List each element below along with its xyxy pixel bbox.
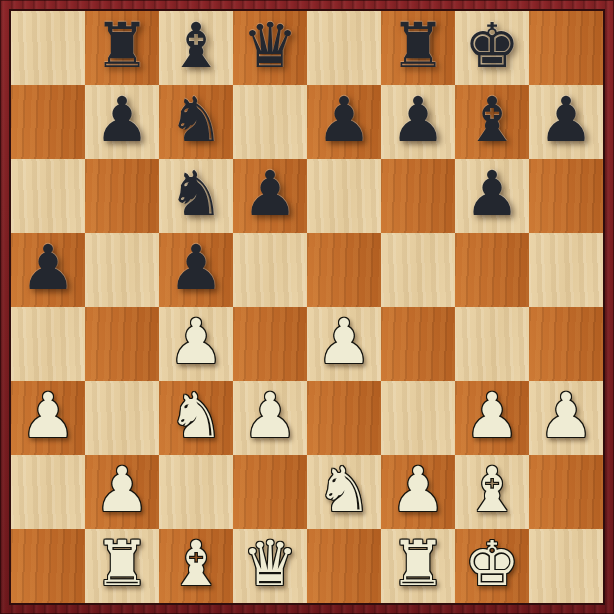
square-g1[interactable]: ♚ <box>455 529 529 603</box>
square-g8[interactable]: ♚ <box>455 11 529 85</box>
square-c6[interactable]: ♞ <box>159 159 233 233</box>
square-h4[interactable] <box>529 307 603 381</box>
square-g5[interactable] <box>455 233 529 307</box>
piece-black-pawn-c5[interactable]: ♟ <box>168 237 224 299</box>
square-a7[interactable] <box>11 85 85 159</box>
square-d8[interactable]: ♛ <box>233 11 307 85</box>
square-h8[interactable] <box>529 11 603 85</box>
piece-black-rook-f8[interactable]: ♜ <box>390 15 446 77</box>
square-a8[interactable] <box>11 11 85 85</box>
square-d4[interactable] <box>233 307 307 381</box>
square-d3[interactable]: ♟ <box>233 381 307 455</box>
square-f4[interactable] <box>381 307 455 381</box>
square-f5[interactable] <box>381 233 455 307</box>
square-e2[interactable]: ♞ <box>307 455 381 529</box>
piece-black-bishop-c8[interactable]: ♝ <box>168 15 224 77</box>
piece-black-pawn-g6[interactable]: ♟ <box>464 163 520 225</box>
square-e3[interactable] <box>307 381 381 455</box>
square-f2[interactable]: ♟ <box>381 455 455 529</box>
chess-board-frame: ♜♝♛♜♚♟♞♟♟♝♟♞♟♟♟♟♟♟♟♞♟♟♟♟♞♟♝♜♝♛♜♚ <box>0 0 614 614</box>
square-b7[interactable]: ♟ <box>85 85 159 159</box>
square-b6[interactable] <box>85 159 159 233</box>
piece-black-pawn-d6[interactable]: ♟ <box>242 163 298 225</box>
square-b8[interactable]: ♜ <box>85 11 159 85</box>
square-f6[interactable] <box>381 159 455 233</box>
piece-white-pawn-a3[interactable]: ♟ <box>20 385 76 447</box>
square-g3[interactable]: ♟ <box>455 381 529 455</box>
piece-white-knight-c3[interactable]: ♞ <box>168 385 224 447</box>
piece-black-king-g8[interactable]: ♚ <box>464 15 520 77</box>
piece-black-pawn-f7[interactable]: ♟ <box>390 89 446 151</box>
square-a1[interactable] <box>11 529 85 603</box>
square-f1[interactable]: ♜ <box>381 529 455 603</box>
square-d6[interactable]: ♟ <box>233 159 307 233</box>
square-b5[interactable] <box>85 233 159 307</box>
square-f3[interactable] <box>381 381 455 455</box>
square-f7[interactable]: ♟ <box>381 85 455 159</box>
square-b3[interactable] <box>85 381 159 455</box>
square-h7[interactable]: ♟ <box>529 85 603 159</box>
piece-white-pawn-e4[interactable]: ♟ <box>316 311 372 373</box>
square-g2[interactable]: ♝ <box>455 455 529 529</box>
square-a6[interactable] <box>11 159 85 233</box>
square-e7[interactable]: ♟ <box>307 85 381 159</box>
piece-black-queen-d8[interactable]: ♛ <box>242 15 298 77</box>
square-c2[interactable] <box>159 455 233 529</box>
piece-black-knight-c6[interactable]: ♞ <box>168 163 224 225</box>
square-g6[interactable]: ♟ <box>455 159 529 233</box>
piece-black-knight-c7[interactable]: ♞ <box>168 89 224 151</box>
piece-black-pawn-b7[interactable]: ♟ <box>94 89 150 151</box>
piece-white-knight-e2[interactable]: ♞ <box>316 459 372 521</box>
square-a4[interactable] <box>11 307 85 381</box>
square-e4[interactable]: ♟ <box>307 307 381 381</box>
piece-black-bishop-g7[interactable]: ♝ <box>464 89 520 151</box>
piece-white-rook-f1[interactable]: ♜ <box>390 533 446 595</box>
piece-black-pawn-e7[interactable]: ♟ <box>316 89 372 151</box>
square-c7[interactable]: ♞ <box>159 85 233 159</box>
piece-white-rook-b1[interactable]: ♜ <box>94 533 150 595</box>
square-c3[interactable]: ♞ <box>159 381 233 455</box>
square-h3[interactable]: ♟ <box>529 381 603 455</box>
square-a5[interactable]: ♟ <box>11 233 85 307</box>
square-f8[interactable]: ♜ <box>381 11 455 85</box>
square-g7[interactable]: ♝ <box>455 85 529 159</box>
square-e1[interactable] <box>307 529 381 603</box>
square-b4[interactable] <box>85 307 159 381</box>
square-h5[interactable] <box>529 233 603 307</box>
piece-white-pawn-g3[interactable]: ♟ <box>464 385 520 447</box>
square-g4[interactable] <box>455 307 529 381</box>
square-d5[interactable] <box>233 233 307 307</box>
square-a3[interactable]: ♟ <box>11 381 85 455</box>
piece-black-pawn-h7[interactable]: ♟ <box>538 89 594 151</box>
piece-white-pawn-f2[interactable]: ♟ <box>390 459 446 521</box>
square-c4[interactable]: ♟ <box>159 307 233 381</box>
piece-black-rook-b8[interactable]: ♜ <box>94 15 150 77</box>
piece-white-king-g1[interactable]: ♚ <box>464 533 520 595</box>
square-e8[interactable] <box>307 11 381 85</box>
square-b1[interactable]: ♜ <box>85 529 159 603</box>
square-e5[interactable] <box>307 233 381 307</box>
board-inner-rim: ♜♝♛♜♚♟♞♟♟♝♟♞♟♟♟♟♟♟♟♞♟♟♟♟♞♟♝♜♝♛♜♚ <box>9 9 605 605</box>
chess-board: ♜♝♛♜♚♟♞♟♟♝♟♞♟♟♟♟♟♟♟♞♟♟♟♟♞♟♝♜♝♛♜♚ <box>11 11 603 603</box>
square-b2[interactable]: ♟ <box>85 455 159 529</box>
square-d7[interactable] <box>233 85 307 159</box>
square-h2[interactable] <box>529 455 603 529</box>
square-a2[interactable] <box>11 455 85 529</box>
square-h6[interactable] <box>529 159 603 233</box>
piece-white-queen-d1[interactable]: ♛ <box>242 533 298 595</box>
square-e6[interactable] <box>307 159 381 233</box>
piece-white-pawn-b2[interactable]: ♟ <box>94 459 150 521</box>
square-h1[interactable] <box>529 529 603 603</box>
piece-white-bishop-g2[interactable]: ♝ <box>464 459 520 521</box>
square-d1[interactable]: ♛ <box>233 529 307 603</box>
piece-white-pawn-d3[interactable]: ♟ <box>242 385 298 447</box>
piece-white-bishop-c1[interactable]: ♝ <box>168 533 224 595</box>
piece-white-pawn-h3[interactable]: ♟ <box>538 385 594 447</box>
square-d2[interactable] <box>233 455 307 529</box>
square-c5[interactable]: ♟ <box>159 233 233 307</box>
piece-black-pawn-a5[interactable]: ♟ <box>20 237 76 299</box>
square-c1[interactable]: ♝ <box>159 529 233 603</box>
square-c8[interactable]: ♝ <box>159 11 233 85</box>
piece-white-pawn-c4[interactable]: ♟ <box>168 311 224 373</box>
